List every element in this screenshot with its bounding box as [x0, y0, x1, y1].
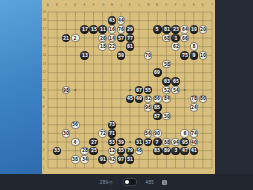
stone-black-91: 91: [98, 155, 106, 163]
stone-white-64: 64: [180, 25, 188, 33]
column-label-T: T: [208, 3, 216, 9]
stone-black-43: 43: [108, 16, 116, 24]
stone-black-17: 17: [80, 25, 88, 33]
row-label-16: 16: [41, 35, 47, 41]
stone-black-81: 81: [162, 25, 170, 33]
stone-white-20: 20: [199, 25, 207, 33]
toggle-knob: [125, 180, 129, 184]
app-window: ABCDEFGHJKLMNOPQRST 19181716151413121110…: [0, 0, 253, 190]
row-label-12: 12: [41, 70, 47, 76]
row-label-2: 2: [41, 156, 47, 162]
stone-black-15: 15: [89, 25, 97, 33]
row-label-6: 6: [41, 122, 47, 128]
row-label-9: 9: [41, 96, 47, 102]
row-label-14: 14: [41, 52, 47, 58]
stone-white-90: 90: [153, 129, 161, 137]
stone-white-40: 40: [190, 138, 198, 146]
stone-white-56: 56: [144, 129, 152, 137]
bottom-control-bar: 289수 485 1: [0, 174, 253, 190]
stone-black-47: 47: [180, 147, 188, 155]
stone-white-94: 94: [171, 138, 179, 146]
side-panel: [0, 0, 42, 174]
stone-white-28: 28: [80, 147, 88, 155]
column-label-H: H: [108, 3, 116, 9]
stone-black-61: 61: [126, 42, 134, 50]
stone-white-62: 62: [171, 42, 179, 50]
row-label-5: 5: [41, 130, 47, 136]
stone-white-12: 12: [108, 147, 116, 155]
column-label-Q: Q: [181, 3, 189, 9]
row-label-17: 17: [41, 26, 47, 32]
stone-black-69: 69: [153, 68, 161, 76]
row-label-1: 1: [41, 165, 47, 171]
stone-black-9: 9: [190, 51, 198, 59]
stone-white-58: 58: [162, 60, 170, 68]
stone-white-74: 74: [190, 129, 198, 137]
stone-white-54: 54: [171, 86, 179, 94]
row-label-13: 13: [41, 61, 47, 67]
stone-white-52: 52: [162, 86, 170, 94]
stone-white-34: 34: [80, 155, 88, 163]
stone-white-84: 84: [162, 95, 170, 103]
row-label-3: 3: [41, 148, 47, 154]
stone-black-3: 3: [171, 147, 179, 155]
column-label-L: L: [135, 3, 143, 9]
stone-white-6: 6: [180, 129, 188, 137]
stone-black-19: 19: [190, 25, 198, 33]
bar-controls: 289수 485 1: [93, 177, 167, 187]
row-label-18: 18: [41, 18, 47, 24]
row-label-19: 19: [41, 9, 47, 15]
stone-black-35: 35: [117, 147, 125, 155]
column-label-S: S: [199, 3, 207, 9]
column-label-M: M: [144, 3, 152, 9]
stone-black-51: 51: [126, 155, 134, 163]
stone-black-65: 65: [171, 77, 179, 85]
go-board: ABCDEFGHJKLMNOPQRST 19181716151413121110…: [42, 0, 215, 174]
column-label-G: G: [99, 3, 107, 9]
stone-black-11: 11: [98, 25, 106, 33]
stone-white-26: 26: [98, 34, 106, 42]
stone-white-80: 80: [199, 95, 207, 103]
column-label-O: O: [162, 3, 170, 9]
stone-black-75: 75: [180, 51, 188, 59]
move-count-label: 289수: [93, 176, 119, 189]
stone-white-24: 24: [190, 103, 198, 111]
count-badge[interactable]: 1: [162, 180, 167, 185]
stone-black-89: 89: [162, 147, 170, 155]
stone-black-73: 73: [108, 121, 116, 129]
stone-black-29: 29: [126, 25, 134, 33]
stone-black-63: 63: [162, 77, 170, 85]
column-label-C: C: [62, 3, 70, 9]
stone-white-66: 66: [180, 34, 188, 42]
column-label-F: F: [90, 3, 98, 9]
row-label-11: 11: [41, 78, 47, 84]
column-label-N: N: [153, 3, 161, 9]
stone-white-30: 30: [62, 129, 70, 137]
stone-white-44: 44: [117, 16, 125, 24]
secondary-count-label: 485: [141, 177, 158, 187]
stone-white-10: 10: [199, 51, 207, 59]
stone-white-2: 2: [71, 34, 79, 42]
stone-black-59: 59: [117, 51, 125, 59]
row-label-7: 7: [41, 113, 47, 119]
stone-black-25: 25: [89, 147, 97, 155]
column-label-R: R: [190, 3, 198, 9]
stone-black-85: 85: [153, 103, 161, 111]
stone-white-96: 96: [144, 103, 152, 111]
stone-black-5: 5: [153, 25, 161, 33]
row-label-8: 8: [41, 104, 47, 110]
stone-black-7: 7: [153, 138, 161, 146]
stone-white-88: 88: [162, 138, 170, 146]
stone-white-8: 8: [190, 42, 198, 50]
row-label-10: 10: [41, 87, 47, 93]
stone-black-23: 23: [171, 25, 179, 33]
stone-black-27: 27: [89, 138, 97, 146]
stone-black-95: 95: [180, 138, 188, 146]
column-label-A: A: [44, 3, 52, 9]
row-label-15: 15: [41, 44, 47, 50]
stone-black-79: 79: [126, 147, 134, 155]
stone-black-1: 1: [171, 34, 179, 42]
stone-black-41: 41: [190, 147, 198, 155]
stone-white-78: 78: [190, 95, 198, 103]
stone-black-87: 87: [153, 112, 161, 120]
stone-black-97: 97: [117, 155, 125, 163]
stone-white-16: 16: [108, 25, 116, 33]
move-number-toggle[interactable]: [123, 178, 137, 186]
stone-black-71: 71: [108, 129, 116, 137]
stone-white-70: 70: [144, 51, 152, 59]
stone-white-76: 76: [117, 25, 125, 33]
stone-white-18: 18: [98, 42, 106, 50]
stone-white-50: 50: [162, 112, 170, 120]
column-label-P: P: [172, 3, 180, 9]
stone-black-45: 45: [126, 95, 134, 103]
stone-black-49: 49: [135, 95, 143, 103]
stone-white-22: 22: [108, 42, 116, 50]
column-label-E: E: [80, 3, 88, 9]
stone-black-13: 13: [80, 51, 88, 59]
column-label-B: B: [53, 3, 61, 9]
column-label-J: J: [117, 3, 125, 9]
stone-white-4: 4: [71, 138, 79, 146]
stone-white-72: 72: [98, 129, 106, 137]
column-label-D: D: [71, 3, 79, 9]
row-label-4: 4: [41, 139, 47, 145]
stone-white-42: 42: [108, 155, 116, 163]
stone-white-36: 36: [71, 121, 79, 129]
stone-white-38: 38: [71, 155, 79, 163]
stone-white-86: 86: [153, 95, 161, 103]
stone-white-68: 68: [162, 34, 170, 42]
column-label-K: K: [126, 3, 134, 9]
stone-black-83: 83: [153, 147, 161, 155]
stone-white-14: 14: [108, 34, 116, 42]
